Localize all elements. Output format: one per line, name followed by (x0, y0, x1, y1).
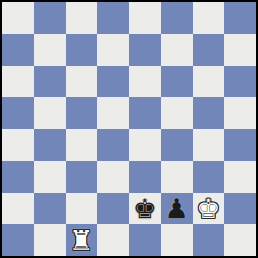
square-d2[interactable] (97, 193, 129, 225)
square-h1[interactable] (224, 224, 256, 256)
square-a3[interactable] (2, 161, 34, 193)
square-f5[interactable] (161, 97, 193, 129)
square-f2[interactable]: ♟ (161, 193, 193, 225)
square-d6[interactable] (97, 66, 129, 98)
square-a4[interactable] (2, 129, 34, 161)
square-f1[interactable] (161, 224, 193, 256)
square-d8[interactable] (97, 2, 129, 34)
square-e6[interactable] (129, 66, 161, 98)
square-g5[interactable] (193, 97, 225, 129)
square-f6[interactable] (161, 66, 193, 98)
square-h4[interactable] (224, 129, 256, 161)
square-c6[interactable] (66, 66, 98, 98)
square-b1[interactable] (34, 224, 66, 256)
square-b8[interactable] (34, 2, 66, 34)
piece-black-pawn[interactable]: ♟ (165, 193, 189, 224)
square-h7[interactable] (224, 34, 256, 66)
square-g4[interactable] (193, 129, 225, 161)
square-g2[interactable]: ♚ (193, 193, 225, 225)
square-g8[interactable] (193, 2, 225, 34)
square-d5[interactable] (97, 97, 129, 129)
square-b2[interactable] (34, 193, 66, 225)
square-f7[interactable] (161, 34, 193, 66)
square-h8[interactable] (224, 2, 256, 34)
square-g3[interactable] (193, 161, 225, 193)
board-frame: ♚♟♚♜ (0, 0, 258, 258)
square-c5[interactable] (66, 97, 98, 129)
piece-black-king[interactable]: ♚ (133, 193, 157, 224)
square-a5[interactable] (2, 97, 34, 129)
square-a6[interactable] (2, 66, 34, 98)
square-h2[interactable] (224, 193, 256, 225)
square-h5[interactable] (224, 97, 256, 129)
square-g7[interactable] (193, 34, 225, 66)
square-d1[interactable] (97, 224, 129, 256)
square-g1[interactable] (193, 224, 225, 256)
square-a7[interactable] (2, 34, 34, 66)
square-c3[interactable] (66, 161, 98, 193)
square-h3[interactable] (224, 161, 256, 193)
square-b7[interactable] (34, 34, 66, 66)
square-b3[interactable] (34, 161, 66, 193)
square-d4[interactable] (97, 129, 129, 161)
square-f4[interactable] (161, 129, 193, 161)
square-c2[interactable] (66, 193, 98, 225)
square-g6[interactable] (193, 66, 225, 98)
square-e8[interactable] (129, 2, 161, 34)
square-e7[interactable] (129, 34, 161, 66)
square-c1[interactable]: ♜ (66, 224, 98, 256)
square-b6[interactable] (34, 66, 66, 98)
piece-white-king[interactable]: ♚ (196, 193, 220, 224)
square-f3[interactable] (161, 161, 193, 193)
square-c4[interactable] (66, 129, 98, 161)
square-e3[interactable] (129, 161, 161, 193)
square-h6[interactable] (224, 66, 256, 98)
square-b5[interactable] (34, 97, 66, 129)
chess-board: ♚♟♚♜ (2, 2, 256, 256)
square-a2[interactable] (2, 193, 34, 225)
square-e5[interactable] (129, 97, 161, 129)
piece-white-rook[interactable]: ♜ (69, 225, 93, 256)
square-c8[interactable] (66, 2, 98, 34)
square-a1[interactable] (2, 224, 34, 256)
square-d7[interactable] (97, 34, 129, 66)
square-e2[interactable]: ♚ (129, 193, 161, 225)
square-e1[interactable] (129, 224, 161, 256)
square-b4[interactable] (34, 129, 66, 161)
square-d3[interactable] (97, 161, 129, 193)
square-a8[interactable] (2, 2, 34, 34)
square-c7[interactable] (66, 34, 98, 66)
square-f8[interactable] (161, 2, 193, 34)
square-e4[interactable] (129, 129, 161, 161)
